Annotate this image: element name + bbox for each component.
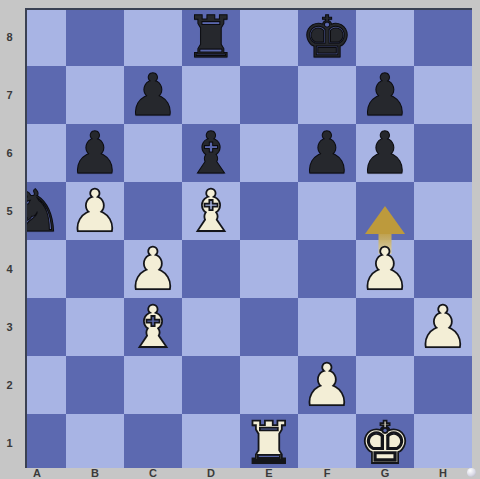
square-b4[interactable] [66, 240, 124, 298]
square-c2[interactable] [124, 356, 182, 414]
square-a6[interactable] [27, 124, 66, 182]
piece-white-pawn-g4[interactable]: ♟ [359, 240, 411, 298]
square-d8[interactable]: ♜ [182, 10, 240, 66]
board-grid: ♜♚♟♟♟♝♟♟♞♟♝♟♟♝♟♟♜♚ [27, 10, 472, 468]
square-a8[interactable] [27, 10, 66, 66]
square-c4[interactable]: ♟ [124, 240, 182, 298]
piece-black-pawn-b6[interactable]: ♟ [69, 124, 121, 182]
square-f2[interactable]: ♟ [298, 356, 356, 414]
piece-black-rook-d8[interactable]: ♜ [185, 10, 237, 66]
square-g7[interactable]: ♟ [356, 66, 414, 124]
rank-label-5: 5 [0, 182, 19, 240]
piece-black-pawn-c7[interactable]: ♟ [127, 66, 179, 124]
square-c1[interactable] [124, 414, 182, 468]
square-g8[interactable] [356, 10, 414, 66]
square-g4[interactable]: ♟ [356, 240, 414, 298]
file-label-d: D [182, 468, 240, 479]
rank-label-4: 4 [0, 240, 19, 298]
square-b7[interactable] [66, 66, 124, 124]
rank-label-6: 6 [0, 124, 19, 182]
square-c3[interactable]: ♝ [124, 298, 182, 356]
square-b3[interactable] [66, 298, 124, 356]
square-d1[interactable] [182, 414, 240, 468]
square-a5[interactable]: ♞ [27, 182, 66, 240]
square-e8[interactable] [240, 10, 298, 66]
square-g5[interactable] [356, 182, 414, 240]
rank-label-3: 3 [0, 298, 19, 356]
chess-board: ♜♚♟♟♟♝♟♟♞♟♝♟♟♝♟♟♜♚ [27, 10, 472, 468]
piece-black-bishop-d6[interactable]: ♝ [185, 124, 237, 182]
square-f6[interactable]: ♟ [298, 124, 356, 182]
square-a2[interactable] [27, 356, 66, 414]
square-g3[interactable] [356, 298, 414, 356]
square-d6[interactable]: ♝ [182, 124, 240, 182]
square-b2[interactable] [66, 356, 124, 414]
rank-labels: 87654321 [0, 0, 25, 479]
square-e1[interactable]: ♜ [240, 414, 298, 468]
file-label-g: G [356, 468, 414, 479]
piece-white-bishop-d5[interactable]: ♝ [185, 182, 237, 240]
file-label-h: H [414, 468, 472, 479]
file-label-b: B [66, 468, 124, 479]
square-g2[interactable] [356, 356, 414, 414]
rank-label-2: 2 [0, 356, 19, 414]
square-e7[interactable] [240, 66, 298, 124]
square-h8[interactable] [414, 10, 472, 66]
square-a7[interactable] [27, 66, 66, 124]
file-label-e: E [240, 468, 298, 479]
square-b6[interactable]: ♟ [66, 124, 124, 182]
piece-white-rook-e1[interactable]: ♜ [243, 414, 295, 468]
piece-white-pawn-b5[interactable]: ♟ [69, 182, 121, 240]
piece-black-pawn-f6[interactable]: ♟ [301, 124, 353, 182]
square-b1[interactable] [66, 414, 124, 468]
square-h1[interactable] [414, 414, 472, 468]
square-h7[interactable] [414, 66, 472, 124]
piece-black-king-f8[interactable]: ♚ [301, 10, 353, 66]
square-e4[interactable] [240, 240, 298, 298]
square-c7[interactable]: ♟ [124, 66, 182, 124]
square-b5[interactable]: ♟ [66, 182, 124, 240]
file-label-f: F [298, 468, 356, 479]
square-h3[interactable]: ♟ [414, 298, 472, 356]
square-d3[interactable] [182, 298, 240, 356]
file-labels: ABCDEFGH [0, 468, 480, 479]
rank-label-1: 1 [0, 414, 19, 472]
square-c5[interactable] [124, 182, 182, 240]
square-a1[interactable] [27, 414, 66, 468]
square-f3[interactable] [298, 298, 356, 356]
square-b8[interactable] [66, 10, 124, 66]
piece-white-pawn-c4[interactable]: ♟ [127, 240, 179, 298]
square-h5[interactable] [414, 182, 472, 240]
square-f1[interactable] [298, 414, 356, 468]
file-label-c: C [124, 468, 182, 479]
piece-white-pawn-f2[interactable]: ♟ [301, 356, 353, 414]
piece-black-pawn-g6[interactable]: ♟ [359, 124, 411, 182]
square-c6[interactable] [124, 124, 182, 182]
square-a4[interactable] [27, 240, 66, 298]
square-e5[interactable] [240, 182, 298, 240]
square-a3[interactable] [27, 298, 66, 356]
square-d7[interactable] [182, 66, 240, 124]
square-f4[interactable] [298, 240, 356, 298]
square-f8[interactable]: ♚ [298, 10, 356, 66]
square-g6[interactable]: ♟ [356, 124, 414, 182]
square-d2[interactable] [182, 356, 240, 414]
square-h4[interactable] [414, 240, 472, 298]
rank-label-7: 7 [0, 66, 19, 124]
square-d4[interactable] [182, 240, 240, 298]
rank-label-8: 8 [0, 8, 19, 66]
square-e3[interactable] [240, 298, 298, 356]
square-e2[interactable] [240, 356, 298, 414]
square-f5[interactable] [298, 182, 356, 240]
piece-white-bishop-c3[interactable]: ♝ [127, 298, 179, 356]
square-f7[interactable] [298, 66, 356, 124]
square-h2[interactable] [414, 356, 472, 414]
square-c8[interactable] [124, 10, 182, 66]
piece-black-pawn-g7[interactable]: ♟ [359, 66, 411, 124]
square-g1[interactable]: ♚ [356, 414, 414, 468]
square-e6[interactable] [240, 124, 298, 182]
square-d5[interactable]: ♝ [182, 182, 240, 240]
square-h6[interactable] [414, 124, 472, 182]
resize-handle-dot [467, 468, 476, 477]
piece-white-pawn-h3[interactable]: ♟ [417, 298, 469, 356]
piece-black-knight-a5[interactable]: ♞ [27, 182, 63, 240]
piece-white-king-g1[interactable]: ♚ [359, 414, 411, 468]
